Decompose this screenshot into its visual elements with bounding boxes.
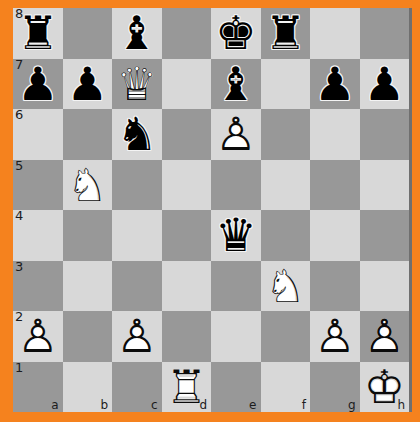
black-rook[interactable]: ♜ [17,10,58,56]
square-h6[interactable] [360,109,410,160]
square-b1[interactable]: b [63,362,113,413]
black-pawn[interactable]: ♟ [17,61,58,107]
square-a2[interactable]: 2♟♙ [13,311,63,362]
square-f6[interactable] [261,109,311,160]
white-king-outline: ♔ [360,362,410,413]
black-king[interactable]: ♚ [215,10,256,56]
white-pawn[interactable]: ♟♙ [360,311,410,362]
square-a3[interactable]: 3 [13,261,63,312]
square-h3[interactable] [360,261,410,312]
square-d2[interactable] [162,311,212,362]
file-label-c: c [151,399,158,412]
square-a4[interactable]: 4 [13,210,63,261]
square-b5[interactable]: ♞♘ [63,160,113,211]
square-a1[interactable]: 1a [13,362,63,413]
square-c1[interactable]: c [112,362,162,413]
white-knight-outline: ♘ [261,261,311,312]
square-c2[interactable]: ♟♙ [112,311,162,362]
square-b3[interactable] [63,261,113,312]
square-a6[interactable]: 6 [13,109,63,160]
square-e5[interactable] [211,160,261,211]
square-g3[interactable] [310,261,360,312]
chess-board: 8♜♝♚♜7♟♟♛♕♝♟♟6♞♟♙5♞♘4♛3♞♘2♟♙♟♙♟♙♟♙1abcd♜… [13,8,412,412]
square-g4[interactable] [310,210,360,261]
rank-label-1: 1 [15,361,23,375]
square-b6[interactable] [63,109,113,160]
white-rook-outline: ♖ [162,362,212,413]
square-b4[interactable] [63,210,113,261]
file-label-a: a [51,399,58,412]
square-h5[interactable] [360,160,410,211]
rank-label-4: 4 [15,209,23,223]
square-e6[interactable]: ♟♙ [211,109,261,160]
square-f2[interactable] [261,311,311,362]
square-e7[interactable]: ♝ [211,59,261,110]
square-c7[interactable]: ♛♕ [112,59,162,110]
square-d5[interactable] [162,160,212,211]
square-h2[interactable]: ♟♙ [360,311,410,362]
black-queen[interactable]: ♛ [215,212,256,258]
square-c5[interactable] [112,160,162,211]
square-e8[interactable]: ♚ [211,8,261,59]
rank-label-7: 7 [15,58,23,72]
square-g5[interactable] [310,160,360,211]
file-label-g: g [348,399,356,412]
white-knight[interactable]: ♞♘ [261,261,311,312]
square-b2[interactable] [63,311,113,362]
square-e1[interactable]: e [211,362,261,413]
square-f7[interactable] [261,59,311,110]
black-pawn[interactable]: ♟ [67,61,108,107]
rank-label-3: 3 [15,260,23,274]
square-f3[interactable]: ♞♘ [261,261,311,312]
black-bishop[interactable]: ♝ [116,10,157,56]
square-h4[interactable] [360,210,410,261]
square-c8[interactable]: ♝ [112,8,162,59]
white-pawn[interactable]: ♟♙ [310,311,360,362]
square-b7[interactable]: ♟ [63,59,113,110]
square-h7[interactable]: ♟ [360,59,410,110]
file-label-e: e [249,399,256,412]
square-e3[interactable] [211,261,261,312]
white-queen-outline: ♕ [112,59,162,110]
square-c4[interactable] [112,210,162,261]
white-pawn-outline: ♙ [112,311,162,362]
white-pawn[interactable]: ♟♙ [112,311,162,362]
file-label-f: f [302,399,306,412]
black-rook[interactable]: ♜ [265,10,306,56]
white-queen[interactable]: ♛♕ [112,59,162,110]
file-label-b: b [100,399,108,412]
square-f1[interactable]: f [261,362,311,413]
square-c6[interactable]: ♞ [112,109,162,160]
square-d4[interactable] [162,210,212,261]
white-knight-outline: ♘ [63,160,113,211]
square-a5[interactable]: 5 [13,160,63,211]
square-b8[interactable] [63,8,113,59]
square-e4[interactable]: ♛ [211,210,261,261]
rank-label-5: 5 [15,159,23,173]
square-e2[interactable] [211,311,261,362]
rank-label-8: 8 [15,7,23,21]
white-pawn-outline: ♙ [310,311,360,362]
square-g1[interactable]: g [310,362,360,413]
square-d6[interactable] [162,109,212,160]
black-knight[interactable]: ♞ [116,111,157,157]
square-d3[interactable] [162,261,212,312]
board-frame: 8♜♝♚♜7♟♟♛♕♝♟♟6♞♟♙5♞♘4♛3♞♘2♟♙♟♙♟♙♟♙1abcd♜… [0,0,420,422]
square-g2[interactable]: ♟♙ [310,311,360,362]
square-d7[interactable] [162,59,212,110]
square-c3[interactable] [112,261,162,312]
square-a7[interactable]: 7♟ [13,59,63,110]
black-bishop[interactable]: ♝ [215,61,256,107]
square-f4[interactable] [261,210,311,261]
white-pawn[interactable]: ♟♙ [13,311,63,362]
white-knight[interactable]: ♞♘ [63,160,113,211]
black-pawn[interactable]: ♟ [314,61,355,107]
white-pawn-outline: ♙ [211,109,261,160]
rank-label-6: 6 [15,108,23,122]
square-f5[interactable] [261,160,311,211]
square-g6[interactable] [310,109,360,160]
square-g7[interactable]: ♟ [310,59,360,110]
white-pawn-outline: ♙ [13,311,63,362]
square-h1[interactable]: h♚♔ [360,362,410,413]
square-a8[interactable]: 8♜ [13,8,63,59]
square-d1[interactable]: d♜♖ [162,362,212,413]
square-d8[interactable] [162,8,212,59]
square-f8[interactable]: ♜ [261,8,311,59]
white-rook[interactable]: ♜♖ [162,362,212,413]
white-king[interactable]: ♚♔ [360,362,410,413]
white-pawn[interactable]: ♟♙ [211,109,261,160]
white-pawn-outline: ♙ [360,311,410,362]
square-g8[interactable] [310,8,360,59]
square-h8[interactable] [360,8,410,59]
black-pawn[interactable]: ♟ [364,61,405,107]
